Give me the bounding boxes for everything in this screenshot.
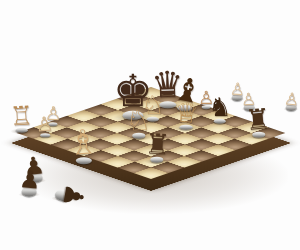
black-rook-icon: ♜ — [244, 105, 271, 135]
black-rook-icon: ♜ — [144, 130, 171, 159]
white-queen-icon: ♕ — [174, 98, 200, 127]
white-pawn-icon: ♙ — [283, 90, 300, 108]
chess-set-photo: ♙♛♙♝♙♙♚♘♞♙♕♖♙♜♘♜♗♟♟♟ — [0, 0, 300, 250]
white-bishop-icon: ♗ — [67, 124, 100, 160]
pieces-layer: ♙♛♙♝♙♙♚♘♞♙♕♖♙♜♘♜♗♟♟♟ — [0, 0, 300, 250]
white-rook-icon: ♖ — [9, 102, 34, 129]
black-pawn-icon: ♟ — [18, 167, 42, 193]
white-pawn-icon: ♙ — [35, 114, 54, 135]
black-pawn-icon: ♟ — [59, 182, 89, 209]
black-knight-icon: ♞ — [208, 94, 231, 120]
